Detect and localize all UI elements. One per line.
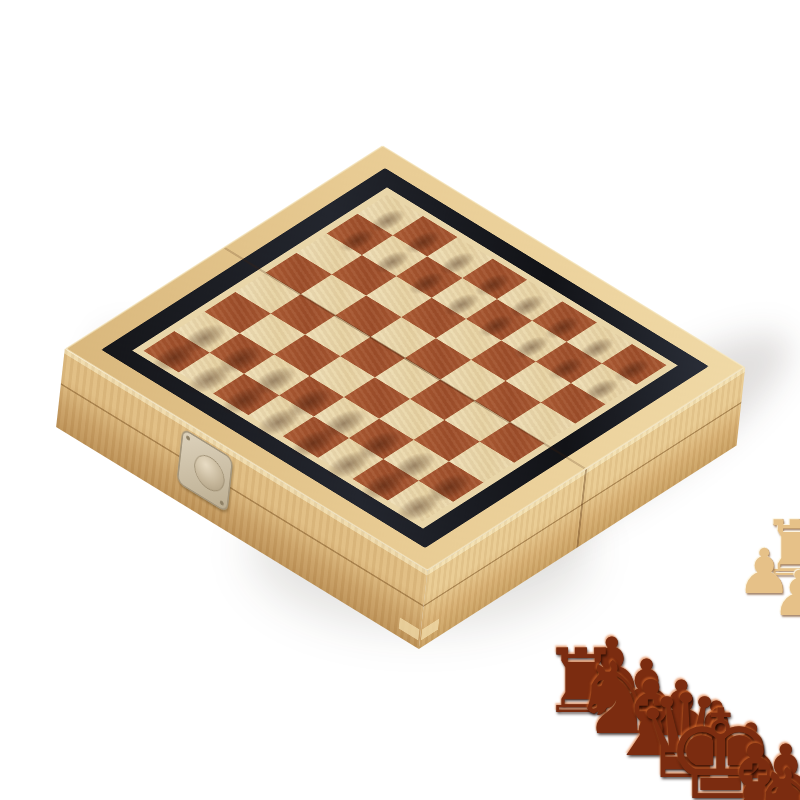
chess-board (65, 145, 745, 571)
piece-glyph: ♜ (786, 787, 800, 800)
latch-screw (186, 435, 190, 441)
latch-knob-icon[interactable] (193, 448, 226, 498)
piece-glyph: ♟ (771, 563, 800, 625)
latch-screw (220, 500, 224, 506)
product-photo-stage: ♜♟♟♜♞♟♟♞♝♟♟♝♛♟♟♚♚♟♟♛♝♟♟♝♞♟♟♞♜♟♟♜ (0, 0, 800, 800)
